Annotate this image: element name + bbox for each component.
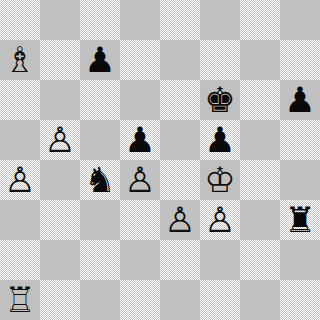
piece-white-rook-a1[interactable]: ♖ [4, 280, 35, 320]
square-a6[interactable] [0, 80, 40, 120]
square-a2[interactable] [0, 240, 40, 280]
chess-board: ♗♟♚♟♙♟♟♙♞♙♔♙♙♜♖ [0, 0, 320, 320]
square-a7[interactable]: ♗ [0, 40, 40, 80]
square-g3[interactable] [240, 200, 280, 240]
square-c1[interactable] [80, 280, 120, 320]
square-c5[interactable] [80, 120, 120, 160]
square-b6[interactable] [40, 80, 80, 120]
square-d8[interactable] [120, 0, 160, 40]
square-d7[interactable] [120, 40, 160, 80]
square-c3[interactable] [80, 200, 120, 240]
square-f1[interactable] [200, 280, 240, 320]
square-f2[interactable] [200, 240, 240, 280]
piece-black-rook-h3[interactable]: ♜ [284, 200, 315, 240]
piece-white-bishop-a7[interactable]: ♗ [4, 40, 35, 80]
square-h7[interactable] [280, 40, 320, 80]
square-d5[interactable]: ♟ [120, 120, 160, 160]
square-f7[interactable] [200, 40, 240, 80]
square-d6[interactable] [120, 80, 160, 120]
square-e7[interactable] [160, 40, 200, 80]
square-a5[interactable] [0, 120, 40, 160]
square-h1[interactable] [280, 280, 320, 320]
square-h5[interactable] [280, 120, 320, 160]
square-g1[interactable] [240, 280, 280, 320]
piece-white-pawn-a4[interactable]: ♙ [4, 160, 35, 200]
square-a8[interactable] [0, 0, 40, 40]
square-g7[interactable] [240, 40, 280, 80]
square-a4[interactable]: ♙ [0, 160, 40, 200]
square-d2[interactable] [120, 240, 160, 280]
square-e8[interactable] [160, 0, 200, 40]
square-b8[interactable] [40, 0, 80, 40]
square-a1[interactable]: ♖ [0, 280, 40, 320]
square-b3[interactable] [40, 200, 80, 240]
square-g5[interactable] [240, 120, 280, 160]
square-h6[interactable]: ♟ [280, 80, 320, 120]
square-f8[interactable] [200, 0, 240, 40]
square-h8[interactable] [280, 0, 320, 40]
piece-black-pawn-c7[interactable]: ♟ [84, 40, 115, 80]
square-f5[interactable]: ♟ [200, 120, 240, 160]
square-b2[interactable] [40, 240, 80, 280]
square-e2[interactable] [160, 240, 200, 280]
square-e3[interactable]: ♙ [160, 200, 200, 240]
square-g4[interactable] [240, 160, 280, 200]
piece-white-pawn-d4[interactable]: ♙ [124, 160, 155, 200]
square-e4[interactable] [160, 160, 200, 200]
square-b4[interactable] [40, 160, 80, 200]
square-e5[interactable] [160, 120, 200, 160]
piece-black-pawn-f5[interactable]: ♟ [204, 120, 235, 160]
square-f4[interactable]: ♔ [200, 160, 240, 200]
piece-black-pawn-d5[interactable]: ♟ [124, 120, 155, 160]
piece-white-pawn-f3[interactable]: ♙ [204, 200, 235, 240]
square-b1[interactable] [40, 280, 80, 320]
piece-white-pawn-e3[interactable]: ♙ [164, 200, 195, 240]
piece-black-knight-c4[interactable]: ♞ [84, 160, 115, 200]
square-c6[interactable] [80, 80, 120, 120]
square-c4[interactable]: ♞ [80, 160, 120, 200]
piece-black-king-f6[interactable]: ♚ [204, 80, 235, 120]
square-c2[interactable] [80, 240, 120, 280]
square-d3[interactable] [120, 200, 160, 240]
square-h2[interactable] [280, 240, 320, 280]
square-e1[interactable] [160, 280, 200, 320]
square-f3[interactable]: ♙ [200, 200, 240, 240]
square-c7[interactable]: ♟ [80, 40, 120, 80]
square-d1[interactable] [120, 280, 160, 320]
square-h4[interactable] [280, 160, 320, 200]
piece-white-king-f4[interactable]: ♔ [204, 160, 235, 200]
square-b7[interactable] [40, 40, 80, 80]
square-d4[interactable]: ♙ [120, 160, 160, 200]
square-a3[interactable] [0, 200, 40, 240]
piece-black-pawn-h6[interactable]: ♟ [284, 80, 315, 120]
square-g2[interactable] [240, 240, 280, 280]
square-h3[interactable]: ♜ [280, 200, 320, 240]
square-g8[interactable] [240, 0, 280, 40]
square-b5[interactable]: ♙ [40, 120, 80, 160]
square-e6[interactable] [160, 80, 200, 120]
square-c8[interactable] [80, 0, 120, 40]
piece-white-pawn-b5[interactable]: ♙ [44, 120, 75, 160]
square-f6[interactable]: ♚ [200, 80, 240, 120]
square-g6[interactable] [240, 80, 280, 120]
